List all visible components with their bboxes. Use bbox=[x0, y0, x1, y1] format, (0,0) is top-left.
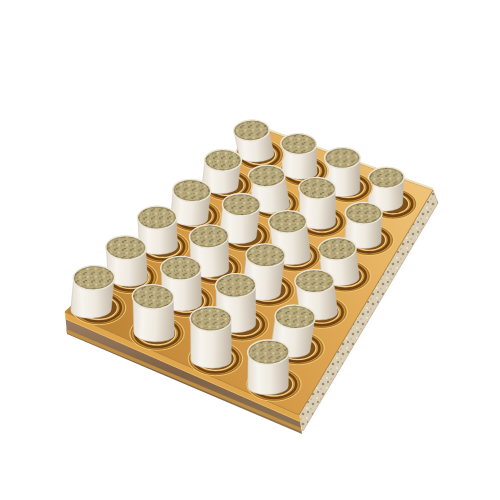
tip-leather-top bbox=[280, 133, 316, 155]
cue-tip bbox=[69, 265, 116, 319]
tip-leather-top bbox=[190, 306, 232, 331]
tip-leather-top bbox=[295, 270, 334, 293]
tip-leather-top bbox=[137, 206, 177, 230]
tip-leather-top bbox=[247, 340, 289, 365]
tip-leather-top bbox=[368, 167, 404, 189]
tip-leather-top bbox=[205, 150, 242, 172]
scene-canvas bbox=[0, 0, 500, 500]
product-photo-cue-tip-tray bbox=[0, 0, 500, 500]
cue-tip bbox=[189, 306, 232, 368]
tip-leather-top bbox=[222, 193, 260, 216]
cue-tip bbox=[247, 340, 290, 396]
tip-leather-top bbox=[161, 256, 201, 280]
cue-tip bbox=[280, 133, 319, 180]
tip-leather-top bbox=[325, 148, 361, 169]
tip-leather-top bbox=[345, 202, 382, 224]
tip-leather-top bbox=[268, 210, 306, 233]
tip-leather-top bbox=[248, 165, 286, 188]
cue-tip bbox=[130, 284, 177, 343]
